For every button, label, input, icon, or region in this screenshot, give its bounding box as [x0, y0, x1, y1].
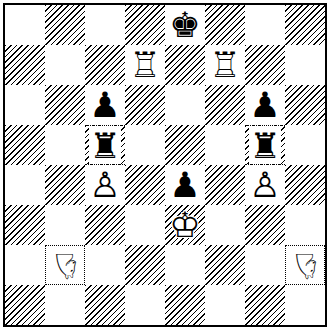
black-rook: ♜: [85, 126, 125, 166]
square-d8[interactable]: [125, 5, 165, 45]
square-h1[interactable]: [285, 285, 325, 325]
square-h3[interactable]: [285, 205, 325, 245]
square-c8[interactable]: [85, 5, 125, 45]
square-f3[interactable]: [205, 205, 245, 245]
nightrider-glyph-outline: ♘: [286, 246, 326, 286]
square-g7[interactable]: [245, 45, 285, 85]
square-d6[interactable]: [125, 85, 165, 125]
square-f2[interactable]: [205, 245, 245, 285]
square-e2[interactable]: [165, 245, 205, 285]
square-e8[interactable]: ♚: [165, 5, 205, 45]
square-h7[interactable]: [285, 45, 325, 85]
pawn-glyph: ♟: [245, 85, 285, 125]
rook-glyph-outline: ♖: [125, 45, 165, 85]
square-a1[interactable]: [5, 285, 45, 325]
square-b5[interactable]: [45, 125, 85, 165]
square-d3[interactable]: [125, 205, 165, 245]
square-g8[interactable]: [245, 5, 285, 45]
pawn-glyph-outline: ♙: [245, 165, 285, 205]
square-c2[interactable]: [85, 245, 125, 285]
square-f1[interactable]: [205, 285, 245, 325]
king-glyph-outline: ♔: [165, 205, 205, 245]
square-b3[interactable]: [45, 205, 85, 245]
square-b7[interactable]: [45, 45, 85, 85]
square-a4[interactable]: [5, 165, 45, 205]
square-d1[interactable]: [125, 285, 165, 325]
square-a5[interactable]: [5, 125, 45, 165]
square-a3[interactable]: [5, 205, 45, 245]
black-pawn: ♟: [85, 85, 125, 125]
black-rook: ♜: [245, 126, 285, 166]
square-f5[interactable]: [205, 125, 245, 165]
rook-glyph: ♜: [245, 126, 285, 166]
white-nightrider-rotated: ♞♘: [46, 246, 86, 286]
square-e6[interactable]: [165, 85, 205, 125]
square-b2[interactable]: ♞♘: [45, 245, 85, 285]
nightrider-glyph-outline: ♘: [46, 246, 86, 286]
square-e7[interactable]: [165, 45, 205, 85]
rook-glyph: ♜: [85, 126, 125, 166]
square-b6[interactable]: [45, 85, 85, 125]
square-a7[interactable]: [5, 45, 45, 85]
white-pawn: ♟♙: [245, 165, 285, 205]
square-b1[interactable]: [45, 285, 85, 325]
square-g6[interactable]: ♟: [245, 85, 285, 125]
chess-diagram: ♚♜♖♜♖♟♟♜♜♟♙♟♟♙♚♔♞♘♞♘: [3, 3, 327, 327]
white-rook: ♜♖: [125, 45, 165, 85]
board: ♚♜♖♜♖♟♟♜♜♟♙♟♟♙♚♔♞♘♞♘: [5, 5, 325, 325]
square-c3[interactable]: [85, 205, 125, 245]
square-e1[interactable]: [165, 285, 205, 325]
square-c6[interactable]: ♟: [85, 85, 125, 125]
square-g4[interactable]: ♟♙: [245, 165, 285, 205]
square-e3[interactable]: ♚♔: [165, 205, 205, 245]
square-d4[interactable]: [125, 165, 165, 205]
square-g1[interactable]: [245, 285, 285, 325]
white-nightrider-rotated: ♞♘: [286, 246, 326, 286]
square-d5[interactable]: [125, 125, 165, 165]
square-h8[interactable]: [285, 5, 325, 45]
white-king: ♚♔: [165, 205, 205, 245]
pawn-glyph-outline: ♙: [85, 165, 125, 205]
square-a8[interactable]: [5, 5, 45, 45]
square-c4[interactable]: ♟♙: [85, 165, 125, 205]
square-f6[interactable]: [205, 85, 245, 125]
square-g3[interactable]: [245, 205, 285, 245]
square-h4[interactable]: [285, 165, 325, 205]
king-glyph: ♚: [165, 5, 205, 45]
rook-glyph-outline: ♖: [205, 45, 245, 85]
square-e4[interactable]: ♟: [165, 165, 205, 205]
square-f4[interactable]: [205, 165, 245, 205]
square-b4[interactable]: [45, 165, 85, 205]
square-d7[interactable]: ♜♖: [125, 45, 165, 85]
square-f8[interactable]: [205, 5, 245, 45]
black-king: ♚: [165, 5, 205, 45]
square-c5[interactable]: ♜: [85, 125, 125, 165]
square-b8[interactable]: [45, 5, 85, 45]
square-e5[interactable]: [165, 125, 205, 165]
white-pawn: ♟♙: [85, 165, 125, 205]
white-rook: ♜♖: [205, 45, 245, 85]
square-f7[interactable]: ♜♖: [205, 45, 245, 85]
square-d2[interactable]: [125, 245, 165, 285]
square-g2[interactable]: [245, 245, 285, 285]
black-pawn: ♟: [165, 165, 205, 205]
square-h6[interactable]: [285, 85, 325, 125]
square-c1[interactable]: [85, 285, 125, 325]
square-a2[interactable]: [5, 245, 45, 285]
black-pawn: ♟: [245, 85, 285, 125]
pawn-glyph: ♟: [165, 165, 205, 205]
pawn-glyph: ♟: [85, 85, 125, 125]
square-c7[interactable]: [85, 45, 125, 85]
square-g5[interactable]: ♜: [245, 125, 285, 165]
square-a6[interactable]: [5, 85, 45, 125]
square-h2[interactable]: ♞♘: [285, 245, 325, 285]
square-h5[interactable]: [285, 125, 325, 165]
